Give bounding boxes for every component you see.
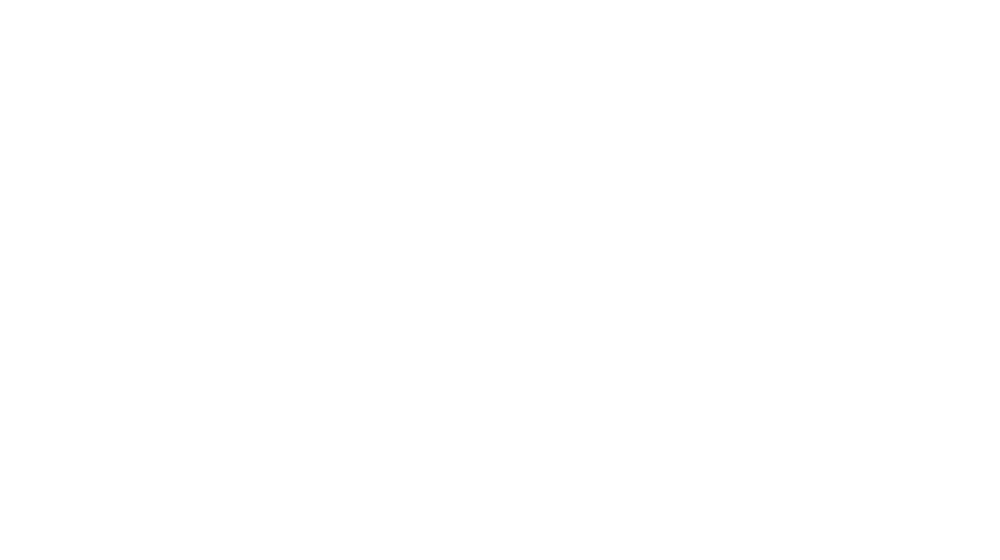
product-photo	[0, 0, 1000, 560]
chess-set-photograph	[0, 0, 1000, 560]
